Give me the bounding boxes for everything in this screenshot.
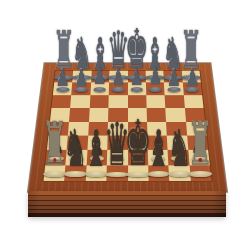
square-e8	[128, 71, 146, 83]
square-b7	[72, 83, 91, 95]
square-a2	[45, 150, 67, 165]
square-h6	[183, 95, 203, 108]
square-g6	[165, 95, 185, 108]
square-a5	[50, 108, 70, 121]
square-a3	[47, 135, 68, 150]
square-h5	[185, 108, 205, 121]
square-b6	[70, 95, 90, 108]
square-g2	[168, 150, 189, 165]
square-f1	[148, 165, 169, 181]
square-f7	[146, 83, 165, 95]
square-b3	[67, 135, 88, 150]
chess-box-front-face	[28, 191, 226, 217]
square-f4	[147, 122, 167, 136]
square-a1	[44, 165, 66, 181]
square-g1	[169, 165, 191, 181]
square-c2	[86, 150, 107, 165]
square-c8	[91, 71, 110, 83]
square-d7	[109, 83, 128, 95]
square-e7	[128, 83, 147, 95]
board-perspective-wrap	[37, 31, 218, 212]
square-h1	[189, 165, 211, 181]
square-d4	[108, 122, 128, 136]
square-e6	[128, 95, 147, 108]
square-e3	[128, 135, 148, 150]
square-c1	[86, 165, 107, 181]
square-f6	[146, 95, 165, 108]
square-c5	[89, 108, 109, 121]
square-d3	[107, 135, 127, 150]
square-b2	[66, 150, 87, 165]
square-d5	[108, 108, 127, 121]
square-f3	[147, 135, 168, 150]
square-d1	[107, 165, 128, 181]
square-c6	[89, 95, 108, 108]
square-f2	[148, 150, 169, 165]
chess-board-grid	[44, 71, 212, 181]
chess-set-photo: Medieval knight figurine chess set in st…	[0, 0, 250, 250]
square-g3	[167, 135, 188, 150]
square-h2	[188, 150, 210, 165]
square-b8	[73, 71, 92, 83]
square-a8	[54, 71, 73, 83]
chess-board-top	[28, 63, 227, 192]
square-c3	[87, 135, 108, 150]
square-a7	[53, 83, 73, 95]
square-e4	[128, 122, 148, 136]
square-g7	[164, 83, 183, 95]
square-e5	[128, 108, 147, 121]
square-a4	[48, 122, 69, 136]
square-d8	[109, 71, 127, 83]
square-e2	[128, 150, 149, 165]
square-f5	[147, 108, 167, 121]
square-h7	[182, 83, 202, 95]
square-e1	[128, 165, 149, 181]
square-b1	[65, 165, 87, 181]
square-b5	[69, 108, 89, 121]
square-b4	[68, 122, 89, 136]
square-a6	[51, 95, 71, 108]
square-h8	[181, 71, 200, 83]
square-g8	[163, 71, 182, 83]
square-f8	[145, 71, 164, 83]
square-h4	[186, 122, 207, 136]
square-h3	[187, 135, 208, 150]
square-c4	[88, 122, 108, 136]
square-g4	[166, 122, 187, 136]
square-d2	[107, 150, 128, 165]
square-c7	[90, 83, 109, 95]
square-g5	[166, 108, 186, 121]
square-d6	[108, 95, 127, 108]
